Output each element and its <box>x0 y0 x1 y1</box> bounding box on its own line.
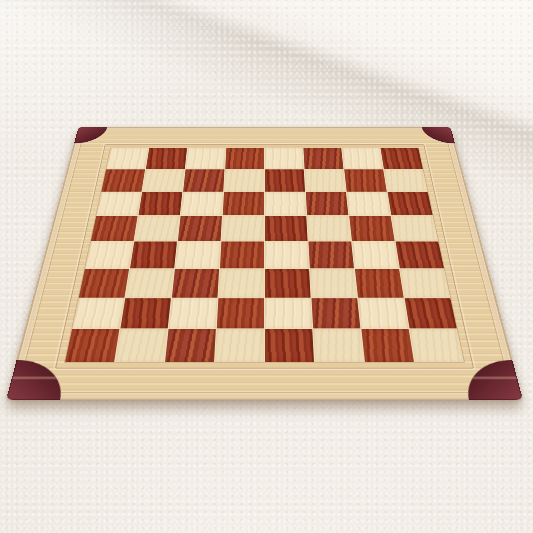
square-h6[interactable] <box>388 192 433 216</box>
square-f5[interactable] <box>307 216 351 241</box>
square-g5[interactable] <box>349 216 394 241</box>
square-d8[interactable] <box>225 148 264 169</box>
square-g1[interactable] <box>361 329 414 362</box>
square-a3[interactable] <box>79 269 129 298</box>
square-c4[interactable] <box>175 241 221 268</box>
square-h2[interactable] <box>405 298 457 329</box>
square-d1[interactable] <box>215 329 264 362</box>
square-f7[interactable] <box>305 169 346 191</box>
square-c5[interactable] <box>178 216 222 241</box>
square-b1[interactable] <box>115 329 168 362</box>
square-c2[interactable] <box>169 298 218 329</box>
board-shadow-wrap <box>0 0 533 533</box>
square-f2[interactable] <box>311 298 360 329</box>
square-a5[interactable] <box>91 216 138 241</box>
square-e4[interactable] <box>265 241 309 268</box>
square-b4[interactable] <box>130 241 177 268</box>
square-d7[interactable] <box>224 169 264 191</box>
playing-area <box>65 148 464 362</box>
square-c6[interactable] <box>181 192 224 216</box>
square-h5[interactable] <box>391 216 438 241</box>
square-e7[interactable] <box>265 169 305 191</box>
square-h3[interactable] <box>400 269 450 298</box>
square-e5[interactable] <box>265 216 308 241</box>
square-g7[interactable] <box>344 169 386 191</box>
square-c1[interactable] <box>165 329 216 362</box>
square-e8[interactable] <box>265 148 304 169</box>
square-f4[interactable] <box>308 241 354 268</box>
square-b5[interactable] <box>134 216 179 241</box>
square-h4[interactable] <box>396 241 444 268</box>
square-c8[interactable] <box>186 148 226 169</box>
square-f6[interactable] <box>306 192 349 216</box>
square-d4[interactable] <box>220 241 264 268</box>
square-h1[interactable] <box>410 329 464 362</box>
square-g8[interactable] <box>342 148 383 169</box>
square-b6[interactable] <box>138 192 182 216</box>
square-a1[interactable] <box>65 329 119 362</box>
square-d3[interactable] <box>218 269 264 298</box>
square-f3[interactable] <box>310 269 357 298</box>
square-g4[interactable] <box>352 241 399 268</box>
square-d6[interactable] <box>223 192 264 216</box>
square-g3[interactable] <box>355 269 404 298</box>
square-e2[interactable] <box>265 298 312 329</box>
square-f8[interactable] <box>303 148 343 169</box>
square-d5[interactable] <box>221 216 264 241</box>
square-e1[interactable] <box>265 329 314 362</box>
square-e6[interactable] <box>265 192 306 216</box>
chess-board <box>6 127 523 400</box>
square-f1[interactable] <box>313 329 364 362</box>
square-a2[interactable] <box>72 298 124 329</box>
square-a4[interactable] <box>85 241 133 268</box>
square-c3[interactable] <box>172 269 219 298</box>
square-b3[interactable] <box>125 269 174 298</box>
square-a6[interactable] <box>96 192 141 216</box>
square-h7[interactable] <box>384 169 428 191</box>
square-b8[interactable] <box>146 148 187 169</box>
square-h8[interactable] <box>381 148 423 169</box>
square-c7[interactable] <box>183 169 224 191</box>
square-b2[interactable] <box>120 298 171 329</box>
square-d2[interactable] <box>217 298 264 329</box>
square-a7[interactable] <box>101 169 145 191</box>
square-e3[interactable] <box>265 269 311 298</box>
square-b7[interactable] <box>142 169 184 191</box>
square-g6[interactable] <box>347 192 391 216</box>
photo-scene <box>0 0 533 533</box>
square-a8[interactable] <box>106 148 148 169</box>
square-g2[interactable] <box>358 298 409 329</box>
